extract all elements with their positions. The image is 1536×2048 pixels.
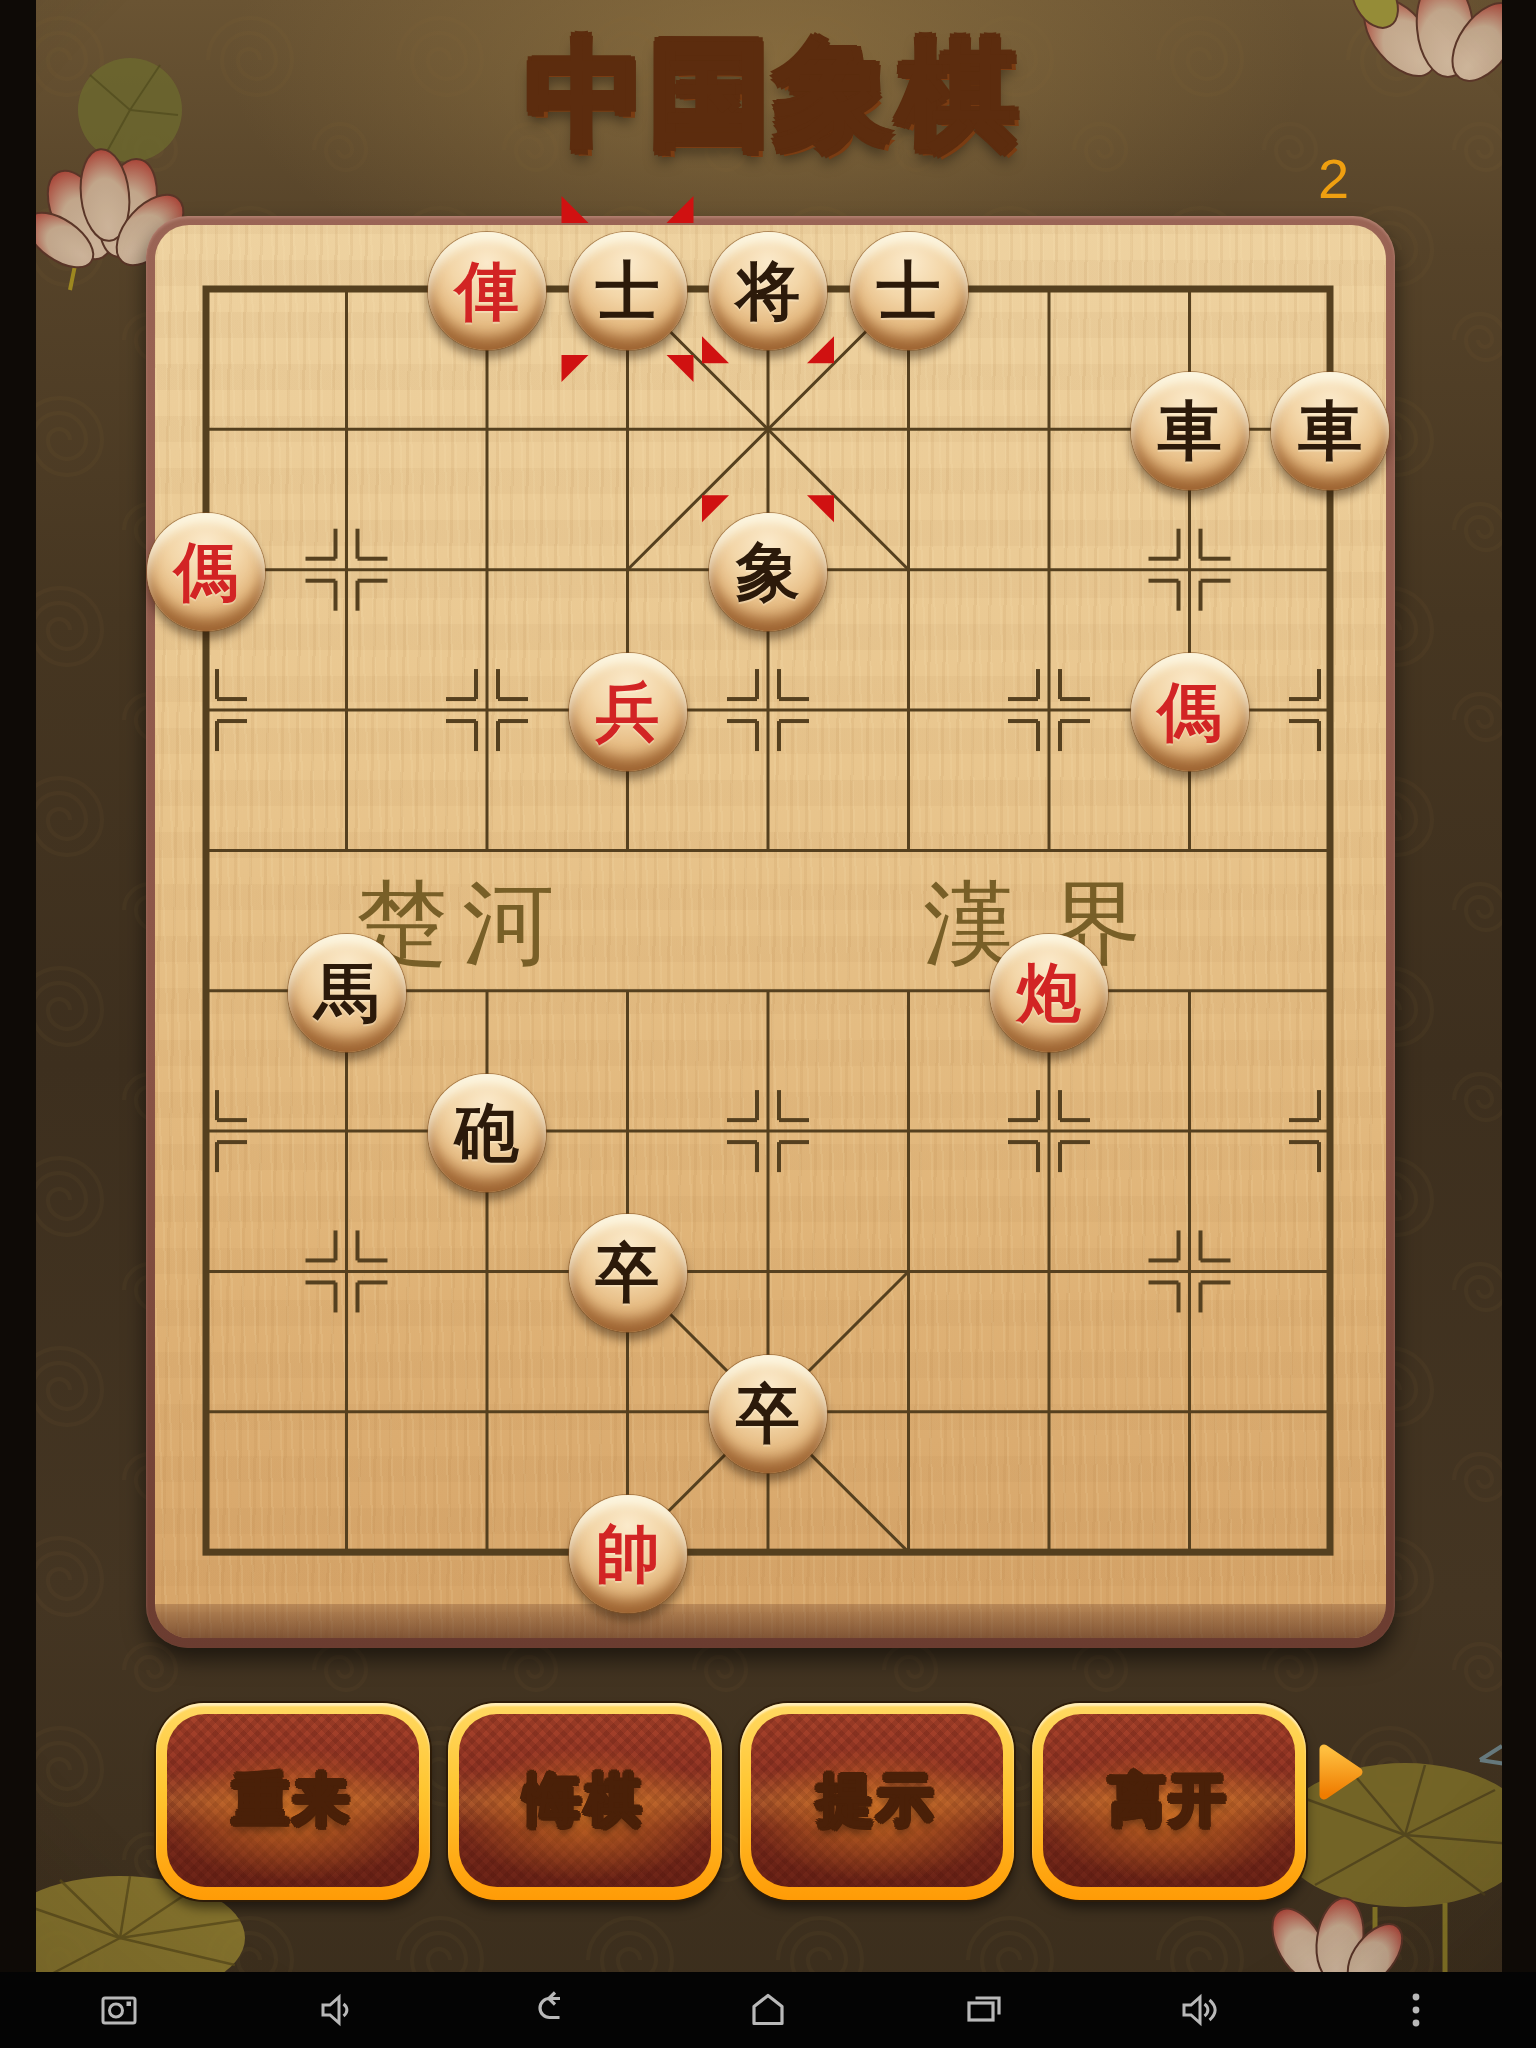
black-advisor[interactable]: 士: [569, 232, 687, 350]
app-title: 中国象棋: [527, 16, 1023, 176]
black-elephant[interactable]: 象: [709, 513, 827, 631]
piece-glyph: 象: [736, 540, 800, 604]
screen-left-bezel: [0, 0, 36, 2048]
black-horse[interactable]: 馬: [288, 934, 406, 1052]
piece-glyph: 帥: [596, 1522, 660, 1586]
piece-glyph: 兵: [596, 680, 660, 744]
back-icon[interactable]: [528, 1986, 576, 2034]
piece-glyph: 馬: [315, 961, 379, 1025]
restart-button[interactable]: 重来: [156, 1703, 430, 1900]
piece-glyph: 士: [877, 259, 941, 323]
black-cannon[interactable]: 砲: [428, 1074, 546, 1192]
black-general[interactable]: 将: [709, 232, 827, 350]
red-cannon[interactable]: 炮: [990, 934, 1108, 1052]
restart-button-label: 重来: [233, 1763, 353, 1839]
menu-icon[interactable]: [1392, 1986, 1440, 2034]
black-advisor[interactable]: 士: [850, 232, 968, 350]
piece-glyph: 士: [596, 259, 660, 323]
red-chariot[interactable]: 俥: [428, 232, 546, 350]
hint-button-label: 提示: [817, 1763, 937, 1839]
screen-right-bezel: [1502, 0, 1536, 2048]
app-screen: 中国象棋 2 楚河漢界 俥士将士車車傌象兵傌馬炮砲卒卒帥 重来 悔棋 提示 离开: [0, 0, 1536, 2048]
piece-glyph: 卒: [736, 1382, 800, 1446]
red-general[interactable]: 帥: [569, 1495, 687, 1613]
board-front-edge: [155, 1604, 1386, 1638]
piece-glyph: 炮: [1017, 961, 1081, 1025]
piece-glyph: 車: [1158, 399, 1222, 463]
screenshot-icon[interactable]: [96, 1986, 144, 2034]
piece-glyph: 俥: [455, 259, 519, 323]
piece-glyph: 将: [736, 259, 800, 323]
black-chariot[interactable]: 車: [1271, 372, 1389, 490]
black-soldier[interactable]: 卒: [569, 1214, 687, 1332]
leave-button-label: 离开: [1109, 1763, 1229, 1839]
piece-glyph: 卒: [596, 1241, 660, 1305]
piece-glyph: 砲: [455, 1101, 519, 1165]
piece-glyph: 車: [1298, 399, 1362, 463]
hint-button[interactable]: 提示: [740, 1703, 1014, 1900]
round-counter: 2: [1318, 146, 1349, 211]
volume-down-icon[interactable]: [312, 1986, 360, 2034]
undo-button[interactable]: 悔棋: [448, 1703, 722, 1900]
black-soldier[interactable]: 卒: [709, 1355, 827, 1473]
recents-icon[interactable]: [960, 1986, 1008, 2034]
piece-glyph: 傌: [174, 540, 238, 604]
black-chariot[interactable]: 車: [1131, 372, 1249, 490]
red-horse[interactable]: 傌: [147, 513, 265, 631]
piece-glyph: 傌: [1158, 680, 1222, 744]
red-soldier[interactable]: 兵: [569, 653, 687, 771]
right-arrow-icon[interactable]: [1318, 1744, 1364, 1804]
home-icon[interactable]: [744, 1986, 792, 2034]
red-horse[interactable]: 傌: [1131, 653, 1249, 771]
leave-button[interactable]: 离开: [1032, 1703, 1306, 1900]
volume-up-icon[interactable]: [1176, 1986, 1224, 2034]
android-navbar: [0, 1972, 1536, 2048]
undo-button-label: 悔棋: [525, 1763, 645, 1839]
